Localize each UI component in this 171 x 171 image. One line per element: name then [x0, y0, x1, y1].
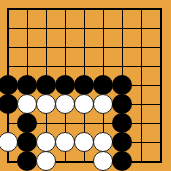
intersection[interactable]	[113, 0, 132, 19]
intersection[interactable]	[56, 38, 75, 57]
intersection[interactable]	[75, 0, 94, 19]
intersection[interactable]	[37, 38, 56, 57]
black-stone	[112, 75, 132, 95]
black-stone	[112, 151, 132, 171]
intersection[interactable]	[113, 133, 132, 152]
intersection[interactable]	[56, 57, 75, 76]
intersection[interactable]	[132, 57, 151, 76]
intersection[interactable]	[94, 0, 113, 19]
white-stone	[93, 94, 113, 114]
intersection[interactable]	[113, 114, 132, 133]
intersection[interactable]	[113, 57, 132, 76]
black-stone	[0, 75, 18, 95]
white-stone	[74, 94, 94, 114]
intersection[interactable]	[113, 95, 132, 114]
intersection[interactable]	[113, 152, 132, 171]
black-stone	[17, 132, 37, 152]
stones-layer	[0, 0, 170, 171]
intersection[interactable]	[94, 95, 113, 114]
black-stone	[36, 75, 56, 95]
intersection[interactable]	[151, 95, 170, 114]
intersection[interactable]	[56, 152, 75, 171]
intersection[interactable]	[94, 133, 113, 152]
intersection[interactable]	[37, 76, 56, 95]
intersection[interactable]	[132, 19, 151, 38]
intersection[interactable]	[0, 152, 18, 171]
intersection[interactable]	[75, 114, 94, 133]
intersection[interactable]	[37, 114, 56, 133]
intersection[interactable]	[94, 114, 113, 133]
intersection[interactable]	[18, 0, 37, 19]
black-stone	[74, 75, 94, 95]
intersection[interactable]	[18, 95, 37, 114]
intersection[interactable]	[151, 76, 170, 95]
black-stone	[55, 75, 75, 95]
intersection[interactable]	[151, 0, 170, 19]
intersection[interactable]	[0, 0, 18, 19]
white-stone	[55, 132, 75, 152]
intersection[interactable]	[56, 133, 75, 152]
intersection[interactable]	[132, 76, 151, 95]
intersection[interactable]	[56, 95, 75, 114]
intersection[interactable]	[132, 114, 151, 133]
intersection[interactable]	[151, 38, 170, 57]
intersection[interactable]	[75, 152, 94, 171]
intersection[interactable]	[75, 57, 94, 76]
white-stone	[17, 94, 37, 114]
black-stone	[17, 151, 37, 171]
intersection[interactable]	[75, 95, 94, 114]
intersection[interactable]	[37, 19, 56, 38]
intersection[interactable]	[94, 76, 113, 95]
white-stone	[74, 132, 94, 152]
intersection[interactable]	[151, 57, 170, 76]
white-stone	[55, 94, 75, 114]
intersection[interactable]	[37, 57, 56, 76]
intersection[interactable]	[94, 57, 113, 76]
white-stone	[36, 151, 56, 171]
intersection[interactable]	[37, 133, 56, 152]
black-stone	[0, 94, 18, 114]
intersection[interactable]	[18, 19, 37, 38]
intersection[interactable]	[94, 152, 113, 171]
intersection[interactable]	[0, 57, 18, 76]
intersection[interactable]	[94, 19, 113, 38]
intersection[interactable]	[56, 19, 75, 38]
intersection[interactable]	[113, 76, 132, 95]
intersection[interactable]	[132, 95, 151, 114]
intersection[interactable]	[75, 76, 94, 95]
intersection[interactable]	[37, 152, 56, 171]
intersection[interactable]	[0, 133, 18, 152]
intersection[interactable]	[56, 0, 75, 19]
intersection[interactable]	[132, 38, 151, 57]
intersection[interactable]	[94, 38, 113, 57]
intersection[interactable]	[18, 38, 37, 57]
intersection[interactable]	[18, 152, 37, 171]
intersection[interactable]	[56, 114, 75, 133]
intersection[interactable]	[0, 76, 18, 95]
go-board	[0, 0, 171, 171]
intersection[interactable]	[75, 133, 94, 152]
black-stone	[112, 94, 132, 114]
intersection[interactable]	[37, 0, 56, 19]
intersection[interactable]	[37, 95, 56, 114]
intersection[interactable]	[18, 76, 37, 95]
intersection[interactable]	[75, 19, 94, 38]
intersection[interactable]	[151, 114, 170, 133]
intersection[interactable]	[151, 152, 170, 171]
intersection[interactable]	[18, 133, 37, 152]
intersection[interactable]	[0, 38, 18, 57]
black-stone	[93, 75, 113, 95]
intersection[interactable]	[113, 19, 132, 38]
intersection[interactable]	[113, 38, 132, 57]
white-stone	[93, 151, 113, 171]
intersection[interactable]	[18, 114, 37, 133]
intersection[interactable]	[56, 76, 75, 95]
white-stone	[0, 132, 18, 152]
intersection[interactable]	[151, 19, 170, 38]
intersection[interactable]	[132, 152, 151, 171]
black-stone	[17, 75, 37, 95]
black-stone	[112, 113, 132, 133]
intersection[interactable]	[0, 95, 18, 114]
intersection[interactable]	[18, 57, 37, 76]
intersection[interactable]	[0, 114, 18, 133]
white-stone	[93, 132, 113, 152]
intersection[interactable]	[0, 19, 18, 38]
white-stone	[36, 132, 56, 152]
intersection[interactable]	[151, 133, 170, 152]
intersection[interactable]	[75, 38, 94, 57]
black-stone	[112, 132, 132, 152]
intersection[interactable]	[132, 0, 151, 19]
intersection[interactable]	[132, 133, 151, 152]
white-stone	[36, 94, 56, 114]
black-stone	[17, 113, 37, 133]
